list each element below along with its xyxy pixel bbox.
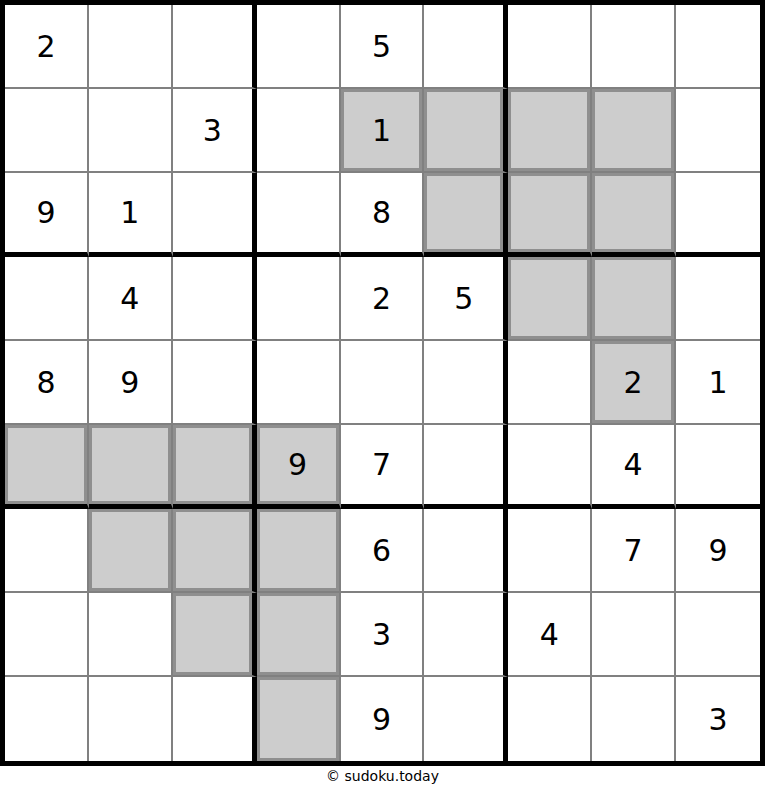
- cell-r7c6[interactable]: [424, 509, 508, 593]
- cell-r3c9[interactable]: [676, 173, 760, 257]
- cell-r2c1[interactable]: [5, 89, 89, 173]
- cell-r8c5[interactable]: 3: [341, 593, 425, 677]
- cell-r4c5[interactable]: 2: [341, 257, 425, 341]
- cell-r2c4[interactable]: [257, 89, 341, 173]
- cell-r3c4[interactable]: [257, 173, 341, 257]
- cell-r2c6[interactable]: [424, 89, 508, 173]
- cell-r9c8[interactable]: [592, 677, 676, 761]
- cell-r1c5[interactable]: 5: [341, 5, 425, 89]
- cell-r6c8[interactable]: 4: [592, 425, 676, 509]
- cell-r1c3[interactable]: [173, 5, 257, 89]
- cell-r2c5[interactable]: 1: [341, 89, 425, 173]
- cell-r5c4[interactable]: [257, 341, 341, 425]
- cell-r1c7[interactable]: [508, 5, 592, 89]
- page: 253191842589219746793493 © sudoku.today: [0, 0, 765, 785]
- cell-r5c5[interactable]: [341, 341, 425, 425]
- cell-r8c7[interactable]: 4: [508, 593, 592, 677]
- cell-r8c4[interactable]: [257, 593, 341, 677]
- cell-r1c6[interactable]: [424, 5, 508, 89]
- cell-r5c8[interactable]: 2: [592, 341, 676, 425]
- cell-r5c3[interactable]: [173, 341, 257, 425]
- cell-r7c3[interactable]: [173, 509, 257, 593]
- cell-r5c7[interactable]: [508, 341, 592, 425]
- cell-r2c8[interactable]: [592, 89, 676, 173]
- cell-r1c1[interactable]: 2: [5, 5, 89, 89]
- cell-r4c4[interactable]: [257, 257, 341, 341]
- cell-r3c1[interactable]: 9: [5, 173, 89, 257]
- cell-r4c7[interactable]: [508, 257, 592, 341]
- cell-r8c3[interactable]: [173, 593, 257, 677]
- cell-r9c5[interactable]: 9: [341, 677, 425, 761]
- cell-r9c6[interactable]: [424, 677, 508, 761]
- cell-r6c5[interactable]: 7: [341, 425, 425, 509]
- cell-r2c7[interactable]: [508, 89, 592, 173]
- cell-r6c3[interactable]: [173, 425, 257, 509]
- cell-r8c8[interactable]: [592, 593, 676, 677]
- cell-r3c2[interactable]: 1: [89, 173, 173, 257]
- cell-r4c9[interactable]: [676, 257, 760, 341]
- cell-r9c1[interactable]: [5, 677, 89, 761]
- cell-r5c1[interactable]: 8: [5, 341, 89, 425]
- cell-r5c2[interactable]: 9: [89, 341, 173, 425]
- cell-r3c5[interactable]: 8: [341, 173, 425, 257]
- cell-r9c7[interactable]: [508, 677, 592, 761]
- cell-r1c9[interactable]: [676, 5, 760, 89]
- cell-r7c4[interactable]: [257, 509, 341, 593]
- cell-r7c9[interactable]: 9: [676, 509, 760, 593]
- cell-r8c2[interactable]: [89, 593, 173, 677]
- cell-r6c7[interactable]: [508, 425, 592, 509]
- cell-r1c2[interactable]: [89, 5, 173, 89]
- cell-r6c6[interactable]: [424, 425, 508, 509]
- cell-r6c9[interactable]: [676, 425, 760, 509]
- sudoku-board: 253191842589219746793493: [0, 0, 765, 766]
- cell-r9c2[interactable]: [89, 677, 173, 761]
- cell-r7c5[interactable]: 6: [341, 509, 425, 593]
- cell-r3c8[interactable]: [592, 173, 676, 257]
- cell-r7c8[interactable]: 7: [592, 509, 676, 593]
- cell-r4c6[interactable]: 5: [424, 257, 508, 341]
- cell-r2c3[interactable]: 3: [173, 89, 257, 173]
- cell-r8c9[interactable]: [676, 593, 760, 677]
- cell-r6c1[interactable]: [5, 425, 89, 509]
- cell-r7c2[interactable]: [89, 509, 173, 593]
- cell-r3c6[interactable]: [424, 173, 508, 257]
- cell-r2c9[interactable]: [676, 89, 760, 173]
- copyright: © sudoku.today: [0, 766, 765, 785]
- cell-r7c1[interactable]: [5, 509, 89, 593]
- cell-r1c8[interactable]: [592, 5, 676, 89]
- cell-r5c6[interactable]: [424, 341, 508, 425]
- cell-r9c3[interactable]: [173, 677, 257, 761]
- cell-r9c9[interactable]: 3: [676, 677, 760, 761]
- cell-r6c2[interactable]: [89, 425, 173, 509]
- cell-r2c2[interactable]: [89, 89, 173, 173]
- cell-r3c7[interactable]: [508, 173, 592, 257]
- cell-r4c2[interactable]: 4: [89, 257, 173, 341]
- cell-r4c1[interactable]: [5, 257, 89, 341]
- cell-r3c3[interactable]: [173, 173, 257, 257]
- cell-r9c4[interactable]: [257, 677, 341, 761]
- cell-r6c4[interactable]: 9: [257, 425, 341, 509]
- cell-r1c4[interactable]: [257, 5, 341, 89]
- cell-r4c3[interactable]: [173, 257, 257, 341]
- cell-r5c9[interactable]: 1: [676, 341, 760, 425]
- cell-r8c6[interactable]: [424, 593, 508, 677]
- cell-r8c1[interactable]: [5, 593, 89, 677]
- cell-r4c8[interactable]: [592, 257, 676, 341]
- cell-r7c7[interactable]: [508, 509, 592, 593]
